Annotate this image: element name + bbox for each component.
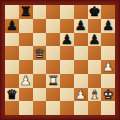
square-e4[interactable] — [60, 60, 74, 74]
square-f5[interactable] — [74, 46, 88, 60]
square-f8[interactable] — [74, 5, 88, 19]
square-c2[interactable] — [33, 88, 47, 102]
white-pawn[interactable]: ♟ — [75, 88, 87, 101]
square-d4[interactable] — [46, 60, 60, 74]
white-queen[interactable]: ♛ — [34, 46, 46, 59]
square-g3[interactable] — [88, 74, 102, 88]
square-g2[interactable]: ♝ — [88, 88, 102, 102]
black-pawn[interactable]: ♟ — [75, 19, 87, 32]
square-d6[interactable] — [46, 33, 60, 47]
square-d1[interactable] — [46, 101, 60, 115]
black-rook[interactable]: ♜ — [20, 5, 32, 18]
square-h2[interactable]: ♚ — [101, 88, 115, 102]
square-g4[interactable] — [88, 60, 102, 74]
square-e7[interactable] — [60, 19, 74, 33]
square-b8[interactable]: ♜ — [19, 5, 33, 19]
white-pawn[interactable]: ♟ — [102, 60, 114, 73]
square-d8[interactable] — [46, 5, 60, 19]
square-c1[interactable] — [33, 101, 47, 115]
square-h7[interactable]: ♟ — [101, 19, 115, 33]
square-h1[interactable] — [101, 101, 115, 115]
square-d5[interactable] — [46, 46, 60, 60]
square-a7[interactable]: ♟ — [5, 19, 19, 33]
square-a8[interactable] — [5, 5, 19, 19]
square-a3[interactable] — [5, 74, 19, 88]
black-king[interactable]: ♚ — [89, 5, 101, 18]
black-queen[interactable]: ♛ — [6, 88, 18, 101]
square-b5[interactable] — [19, 46, 33, 60]
square-c3[interactable] — [33, 74, 47, 88]
square-g7[interactable] — [88, 19, 102, 33]
square-g6[interactable]: ♟ — [88, 33, 102, 47]
square-h8[interactable] — [101, 5, 115, 19]
square-f4[interactable] — [74, 60, 88, 74]
black-pawn[interactable]: ♟ — [61, 33, 73, 46]
square-c4[interactable] — [33, 60, 47, 74]
chess-board: ♜♚♟♟♟♟♟♛♟♟♜♛♟♝♚ — [0, 0, 120, 120]
black-pawn[interactable]: ♟ — [102, 19, 114, 32]
square-e2[interactable] — [60, 88, 74, 102]
square-d2[interactable] — [46, 88, 60, 102]
square-a1[interactable] — [5, 101, 19, 115]
square-a6[interactable] — [5, 33, 19, 47]
white-bishop[interactable]: ♝ — [89, 88, 101, 101]
white-king[interactable]: ♚ — [102, 88, 114, 101]
black-pawn[interactable]: ♟ — [6, 19, 18, 32]
square-c6[interactable] — [33, 33, 47, 47]
white-rook[interactable]: ♜ — [47, 74, 59, 87]
black-pawn[interactable]: ♟ — [89, 33, 101, 46]
square-b2[interactable] — [19, 88, 33, 102]
square-f3[interactable] — [74, 74, 88, 88]
square-f7[interactable]: ♟ — [74, 19, 88, 33]
square-h3[interactable] — [101, 74, 115, 88]
square-b6[interactable] — [19, 33, 33, 47]
square-e3[interactable] — [60, 74, 74, 88]
square-d7[interactable] — [46, 19, 60, 33]
square-g1[interactable] — [88, 101, 102, 115]
white-pawn[interactable]: ♟ — [20, 74, 32, 87]
square-c5[interactable]: ♛ — [33, 46, 47, 60]
square-e8[interactable] — [60, 5, 74, 19]
square-a2[interactable]: ♛ — [5, 88, 19, 102]
square-e5[interactable] — [60, 46, 74, 60]
square-f6[interactable] — [74, 33, 88, 47]
square-h4[interactable]: ♟ — [101, 60, 115, 74]
square-g5[interactable] — [88, 46, 102, 60]
square-d3[interactable]: ♜ — [46, 74, 60, 88]
square-a5[interactable] — [5, 46, 19, 60]
square-a4[interactable] — [5, 60, 19, 74]
square-b7[interactable] — [19, 19, 33, 33]
square-b4[interactable] — [19, 60, 33, 74]
square-b3[interactable]: ♟ — [19, 74, 33, 88]
square-f1[interactable] — [74, 101, 88, 115]
square-g8[interactable]: ♚ — [88, 5, 102, 19]
square-f2[interactable]: ♟ — [74, 88, 88, 102]
square-c8[interactable] — [33, 5, 47, 19]
board-grid: ♜♚♟♟♟♟♟♛♟♟♜♛♟♝♚ — [5, 5, 115, 115]
square-e6[interactable]: ♟ — [60, 33, 74, 47]
square-h6[interactable] — [101, 33, 115, 47]
square-e1[interactable] — [60, 101, 74, 115]
square-c7[interactable] — [33, 19, 47, 33]
square-b1[interactable] — [19, 101, 33, 115]
square-h5[interactable] — [101, 46, 115, 60]
